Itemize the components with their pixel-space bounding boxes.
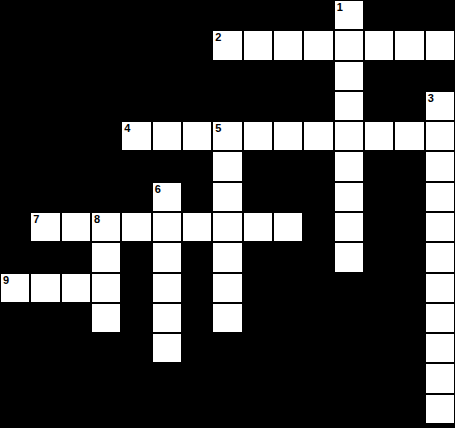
block-12-3 (91, 363, 121, 393)
clue-number-7: 7 (33, 213, 39, 226)
block-9-4 (121, 273, 151, 303)
block-12-6 (182, 363, 212, 393)
block-13-4 (121, 394, 151, 424)
block-0-6 (182, 0, 212, 30)
block-13-11 (334, 394, 364, 424)
cell-1-8[interactable] (243, 30, 273, 60)
block-9-9 (273, 273, 303, 303)
block-3-12 (364, 91, 394, 121)
clue-number-6: 6 (155, 183, 161, 196)
block-13-6 (182, 394, 212, 424)
clue-number-3: 3 (428, 92, 434, 105)
block-3-9 (273, 91, 303, 121)
block-10-11 (334, 303, 364, 333)
cell-9-0[interactable]: 9 (0, 273, 30, 303)
block-1-4 (121, 30, 151, 60)
block-5-8 (243, 151, 273, 181)
block-10-4 (121, 303, 151, 333)
cell-4-12[interactable] (364, 121, 394, 151)
block-12-0 (0, 363, 30, 393)
cell-4-9[interactable] (273, 121, 303, 151)
clue-number-8: 8 (94, 213, 100, 226)
cell-8-7[interactable] (212, 242, 242, 272)
block-2-7 (212, 61, 242, 91)
block-8-13 (394, 242, 424, 272)
block-11-9 (273, 333, 303, 363)
block-6-8 (243, 182, 273, 212)
block-0-0 (0, 0, 30, 30)
cell-4-8[interactable] (243, 121, 273, 151)
block-13-1 (30, 394, 60, 424)
cell-1-9[interactable] (273, 30, 303, 60)
block-5-9 (273, 151, 303, 181)
cell-8-11[interactable] (334, 242, 364, 272)
block-5-2 (61, 151, 91, 181)
block-9-6 (182, 273, 212, 303)
cell-4-4[interactable]: 4 (121, 121, 151, 151)
block-11-6 (182, 333, 212, 363)
cell-7-4[interactable] (121, 212, 151, 242)
cell-8-3[interactable] (91, 242, 121, 272)
block-0-2 (61, 0, 91, 30)
block-2-12 (364, 61, 394, 91)
block-8-10 (303, 242, 333, 272)
cell-4-7[interactable]: 5 (212, 121, 242, 151)
clue-number-1: 1 (337, 1, 343, 14)
block-9-11 (334, 273, 364, 303)
block-4-0 (0, 121, 30, 151)
block-11-2 (61, 333, 91, 363)
block-10-9 (273, 303, 303, 333)
block-11-0 (0, 333, 30, 363)
block-5-5 (152, 151, 182, 181)
block-3-7 (212, 91, 242, 121)
cell-6-7[interactable] (212, 182, 242, 212)
block-13-9 (273, 394, 303, 424)
block-13-12 (364, 394, 394, 424)
block-0-3 (91, 0, 121, 30)
cell-1-14[interactable] (425, 30, 455, 60)
block-11-8 (243, 333, 273, 363)
block-0-13 (394, 0, 424, 30)
block-7-12 (364, 212, 394, 242)
block-11-12 (364, 333, 394, 363)
block-1-1 (30, 30, 60, 60)
block-1-3 (91, 30, 121, 60)
cell-7-7[interactable] (212, 212, 242, 242)
block-12-7 (212, 363, 242, 393)
block-3-2 (61, 91, 91, 121)
cell-4-13[interactable] (394, 121, 424, 151)
block-13-2 (61, 394, 91, 424)
cell-6-14[interactable] (425, 182, 455, 212)
block-0-9 (273, 0, 303, 30)
block-6-4 (121, 182, 151, 212)
cell-5-7[interactable] (212, 151, 242, 181)
block-3-5 (152, 91, 182, 121)
block-4-3 (91, 121, 121, 151)
block-2-3 (91, 61, 121, 91)
cell-9-14[interactable] (425, 273, 455, 303)
cell-1-13[interactable] (394, 30, 424, 60)
block-8-2 (61, 242, 91, 272)
block-11-10 (303, 333, 333, 363)
clue-number-9: 9 (3, 274, 9, 287)
cell-11-14[interactable] (425, 333, 455, 363)
cell-3-14[interactable]: 3 (425, 91, 455, 121)
cell-6-5[interactable]: 6 (152, 182, 182, 212)
block-10-0 (0, 303, 30, 333)
block-2-10 (303, 61, 333, 91)
cell-13-14[interactable] (425, 394, 455, 424)
block-6-10 (303, 182, 333, 212)
block-13-0 (0, 394, 30, 424)
block-12-8 (243, 363, 273, 393)
block-2-5 (152, 61, 182, 91)
block-5-13 (394, 151, 424, 181)
block-10-10 (303, 303, 333, 333)
block-10-12 (364, 303, 394, 333)
block-0-10 (303, 0, 333, 30)
block-10-6 (182, 303, 212, 333)
block-2-14 (425, 61, 455, 91)
clue-number-2: 2 (215, 31, 221, 44)
block-0-8 (243, 0, 273, 30)
block-9-12 (364, 273, 394, 303)
block-10-2 (61, 303, 91, 333)
block-6-2 (61, 182, 91, 212)
cell-8-14[interactable] (425, 242, 455, 272)
cell-0-11[interactable]: 1 (334, 0, 364, 30)
block-2-8 (243, 61, 273, 91)
block-13-8 (243, 394, 273, 424)
block-13-13 (394, 394, 424, 424)
cell-7-6[interactable] (182, 212, 212, 242)
block-10-1 (30, 303, 60, 333)
block-6-9 (273, 182, 303, 212)
clue-number-5: 5 (215, 122, 221, 135)
block-5-12 (364, 151, 394, 181)
block-8-4 (121, 242, 151, 272)
block-4-2 (61, 121, 91, 151)
block-0-1 (30, 0, 60, 30)
block-6-6 (182, 182, 212, 212)
block-12-10 (303, 363, 333, 393)
block-2-0 (0, 61, 30, 91)
block-6-1 (30, 182, 60, 212)
block-2-13 (394, 61, 424, 91)
cell-7-8[interactable] (243, 212, 273, 242)
block-13-7 (212, 394, 242, 424)
block-3-8 (243, 91, 273, 121)
cell-6-11[interactable] (334, 182, 364, 212)
block-0-4 (121, 0, 151, 30)
cell-7-2[interactable] (61, 212, 91, 242)
block-6-13 (394, 182, 424, 212)
cell-4-5[interactable] (152, 121, 182, 151)
block-12-13 (394, 363, 424, 393)
block-6-12 (364, 182, 394, 212)
block-12-2 (61, 363, 91, 393)
block-6-3 (91, 182, 121, 212)
cell-10-7[interactable] (212, 303, 242, 333)
cell-4-6[interactable] (182, 121, 212, 151)
block-1-5 (152, 30, 182, 60)
block-5-4 (121, 151, 151, 181)
block-3-13 (394, 91, 424, 121)
block-11-4 (121, 333, 151, 363)
block-11-1 (30, 333, 60, 363)
block-11-11 (334, 333, 364, 363)
block-3-6 (182, 91, 212, 121)
crossword-grid: 123456789 (0, 0, 455, 424)
cell-7-9[interactable] (273, 212, 303, 242)
block-0-14 (425, 0, 455, 30)
block-0-7 (212, 0, 242, 30)
cell-7-11[interactable] (334, 212, 364, 242)
block-1-2 (61, 30, 91, 60)
cell-7-1[interactable]: 7 (30, 212, 60, 242)
block-2-4 (121, 61, 151, 91)
cell-5-14[interactable] (425, 151, 455, 181)
cell-9-2[interactable] (61, 273, 91, 303)
crossword-board: 123456789 (0, 0, 455, 428)
block-8-1 (30, 242, 60, 272)
cell-1-7[interactable]: 2 (212, 30, 242, 60)
cell-9-1[interactable] (30, 273, 60, 303)
block-6-0 (0, 182, 30, 212)
block-7-0 (0, 212, 30, 242)
block-5-3 (91, 151, 121, 181)
cell-10-3[interactable] (91, 303, 121, 333)
block-12-1 (30, 363, 60, 393)
block-3-4 (121, 91, 151, 121)
block-3-10 (303, 91, 333, 121)
cell-7-3[interactable]: 8 (91, 212, 121, 242)
block-10-8 (243, 303, 273, 333)
cell-9-7[interactable] (212, 273, 242, 303)
block-7-13 (394, 212, 424, 242)
block-2-1 (30, 61, 60, 91)
block-11-7 (212, 333, 242, 363)
block-3-3 (91, 91, 121, 121)
block-8-9 (273, 242, 303, 272)
block-5-0 (0, 151, 30, 181)
cell-5-11[interactable] (334, 151, 364, 181)
block-10-13 (394, 303, 424, 333)
block-2-9 (273, 61, 303, 91)
cell-2-11[interactable] (334, 61, 364, 91)
block-11-3 (91, 333, 121, 363)
block-8-12 (364, 242, 394, 272)
block-2-2 (61, 61, 91, 91)
block-9-13 (394, 273, 424, 303)
block-5-6 (182, 151, 212, 181)
cell-11-5[interactable] (152, 333, 182, 363)
block-4-1 (30, 121, 60, 151)
cell-7-14[interactable] (425, 212, 455, 242)
cell-9-3[interactable] (91, 273, 121, 303)
cell-9-5[interactable] (152, 273, 182, 303)
cell-4-10[interactable] (303, 121, 333, 151)
block-8-6 (182, 242, 212, 272)
cell-7-5[interactable] (152, 212, 182, 242)
clue-number-4: 4 (124, 122, 130, 135)
cell-10-5[interactable] (152, 303, 182, 333)
block-12-9 (273, 363, 303, 393)
cell-1-12[interactable] (364, 30, 394, 60)
block-13-10 (303, 394, 333, 424)
block-11-13 (394, 333, 424, 363)
block-3-1 (30, 91, 60, 121)
block-1-6 (182, 30, 212, 60)
block-0-12 (364, 0, 394, 30)
cell-3-11[interactable] (334, 91, 364, 121)
block-12-11 (334, 363, 364, 393)
block-5-1 (30, 151, 60, 181)
cell-4-14[interactable] (425, 121, 455, 151)
block-2-6 (182, 61, 212, 91)
cell-12-14[interactable] (425, 363, 455, 393)
block-7-10 (303, 212, 333, 242)
cell-8-5[interactable] (152, 242, 182, 272)
block-0-5 (152, 0, 182, 30)
block-12-5 (152, 363, 182, 393)
block-9-10 (303, 273, 333, 303)
block-12-12 (364, 363, 394, 393)
cell-1-11[interactable] (334, 30, 364, 60)
block-13-5 (152, 394, 182, 424)
block-8-0 (0, 242, 30, 272)
cell-1-10[interactable] (303, 30, 333, 60)
block-13-3 (91, 394, 121, 424)
block-12-4 (121, 363, 151, 393)
cell-10-14[interactable] (425, 303, 455, 333)
block-8-8 (243, 242, 273, 272)
block-1-0 (0, 30, 30, 60)
cell-4-11[interactable] (334, 121, 364, 151)
block-3-0 (0, 91, 30, 121)
block-9-8 (243, 273, 273, 303)
block-5-10 (303, 151, 333, 181)
